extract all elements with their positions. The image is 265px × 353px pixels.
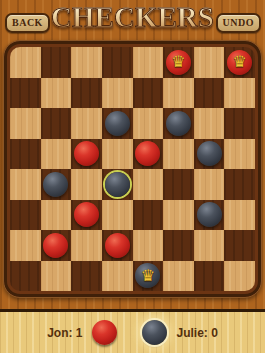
player-left-score: Jon: 1: [47, 326, 82, 340]
board-grid: ♛♛♛: [10, 47, 255, 291]
cell-r5c0[interactable]: [10, 200, 41, 231]
cell-r6c3[interactable]: [102, 230, 133, 261]
cell-r2c1[interactable]: [41, 108, 72, 139]
cell-r4c3[interactable]: [102, 169, 133, 200]
black-man-r2c3[interactable]: [105, 111, 130, 136]
cell-r1c2[interactable]: [71, 78, 102, 109]
cell-r2c7[interactable]: [224, 108, 255, 139]
cell-r4c7[interactable]: [224, 169, 255, 200]
cell-r2c5[interactable]: [163, 108, 194, 139]
cell-r3c3[interactable]: [102, 139, 133, 170]
cell-r1c0[interactable]: [10, 78, 41, 109]
red-piece-indicator: [92, 320, 117, 345]
cell-r3c6[interactable]: [194, 139, 225, 170]
cell-r2c6[interactable]: [194, 108, 225, 139]
cell-r0c2[interactable]: [71, 47, 102, 78]
black-piece-indicator: [142, 320, 167, 345]
cell-r1c6[interactable]: [194, 78, 225, 109]
cell-r4c0[interactable]: [10, 169, 41, 200]
red-man-r6c1[interactable]: [43, 233, 68, 258]
cell-r3c0[interactable]: [10, 139, 41, 170]
cell-r7c2[interactable]: [71, 261, 102, 292]
cell-r5c7[interactable]: [224, 200, 255, 231]
cell-r0c0[interactable]: [10, 47, 41, 78]
checkers-app: BACK CHECKERS UNDO ♛♛♛ Jon: 1 Julie: 0: [0, 0, 265, 353]
crown-icon: ♛: [166, 50, 191, 75]
crown-icon: ♛: [227, 50, 252, 75]
cell-r1c7[interactable]: [224, 78, 255, 109]
cell-r5c1[interactable]: [41, 200, 72, 231]
cell-r1c3[interactable]: [102, 78, 133, 109]
cell-r6c0[interactable]: [10, 230, 41, 261]
black-man-r5c6[interactable]: [197, 202, 222, 227]
cell-r0c4[interactable]: [133, 47, 164, 78]
cell-r7c6[interactable]: [194, 261, 225, 292]
cell-r2c3[interactable]: [102, 108, 133, 139]
cell-r7c4[interactable]: ♛: [133, 261, 164, 292]
red-man-r3c2[interactable]: [74, 141, 99, 166]
cell-r3c7[interactable]: [224, 139, 255, 170]
cell-r4c4[interactable]: [133, 169, 164, 200]
cell-r4c5[interactable]: [163, 169, 194, 200]
red-king-r0c5[interactable]: ♛: [166, 50, 191, 75]
cell-r6c6[interactable]: [194, 230, 225, 261]
player-right-score: Julie: 0: [176, 326, 217, 340]
cell-r2c2[interactable]: [71, 108, 102, 139]
cell-r0c7[interactable]: ♛: [224, 47, 255, 78]
cell-r6c7[interactable]: [224, 230, 255, 261]
cell-r7c1[interactable]: [41, 261, 72, 292]
cell-r2c4[interactable]: [133, 108, 164, 139]
cell-r5c2[interactable]: [71, 200, 102, 231]
red-man-r6c3[interactable]: [105, 233, 130, 258]
red-man-r3c4[interactable]: [135, 141, 160, 166]
red-man-r5c2[interactable]: [74, 202, 99, 227]
black-man-r4c1[interactable]: [43, 172, 68, 197]
score-bar: Jon: 1 Julie: 0: [0, 309, 265, 353]
cell-r5c6[interactable]: [194, 200, 225, 231]
undo-button[interactable]: UNDO: [216, 13, 261, 33]
cell-r4c2[interactable]: [71, 169, 102, 200]
black-man-r4c3[interactable]: [105, 172, 130, 197]
cell-r0c3[interactable]: [102, 47, 133, 78]
cell-r6c4[interactable]: [133, 230, 164, 261]
cell-r6c2[interactable]: [71, 230, 102, 261]
cell-r7c7[interactable]: [224, 261, 255, 292]
cell-r3c5[interactable]: [163, 139, 194, 170]
top-bar: BACK CHECKERS UNDO: [0, 0, 265, 40]
black-king-r7c4[interactable]: ♛: [135, 263, 160, 288]
cell-r1c5[interactable]: [163, 78, 194, 109]
black-man-r2c5[interactable]: [166, 111, 191, 136]
cell-r3c4[interactable]: [133, 139, 164, 170]
crown-icon: ♛: [135, 263, 160, 288]
black-man-r3c6[interactable]: [197, 141, 222, 166]
cell-r1c4[interactable]: [133, 78, 164, 109]
cell-r2c0[interactable]: [10, 108, 41, 139]
cell-r4c1[interactable]: [41, 169, 72, 200]
cell-r7c5[interactable]: [163, 261, 194, 292]
cell-r5c5[interactable]: [163, 200, 194, 231]
cell-r4c6[interactable]: [194, 169, 225, 200]
cell-r7c0[interactable]: [10, 261, 41, 292]
cell-r6c5[interactable]: [163, 230, 194, 261]
cell-r5c4[interactable]: [133, 200, 164, 231]
cell-r5c3[interactable]: [102, 200, 133, 231]
cell-r0c1[interactable]: [41, 47, 72, 78]
cell-r0c5[interactable]: ♛: [163, 47, 194, 78]
board-frame: ♛♛♛: [3, 40, 262, 298]
cell-r0c6[interactable]: [194, 47, 225, 78]
cell-r1c1[interactable]: [41, 78, 72, 109]
cell-r3c1[interactable]: [41, 139, 72, 170]
cell-r6c1[interactable]: [41, 230, 72, 261]
cell-r7c3[interactable]: [102, 261, 133, 292]
red-king-r0c7[interactable]: ♛: [227, 50, 252, 75]
cell-r3c2[interactable]: [71, 139, 102, 170]
